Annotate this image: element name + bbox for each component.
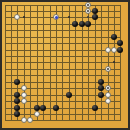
- grid-line-horizontal: [5, 17, 122, 18]
- grid-line-vertical: [50, 5, 51, 122]
- white-stone[interactable]: [21, 98, 27, 104]
- empty-point-mark: [68, 16, 70, 18]
- grid-line-horizontal: [5, 50, 122, 51]
- black-stone[interactable]: [92, 14, 98, 20]
- grid-line-horizontal: [5, 43, 122, 44]
- grid-line-vertical: [62, 5, 63, 122]
- white-stone[interactable]: [34, 111, 40, 117]
- black-stone[interactable]: [72, 21, 78, 27]
- white-stone[interactable]: [14, 14, 20, 20]
- black-stone[interactable]: [53, 105, 59, 111]
- grid-line-horizontal: [5, 5, 122, 6]
- white-stone[interactable]: [27, 117, 33, 123]
- grid-line-horizontal: [5, 11, 122, 12]
- black-stone[interactable]: [111, 34, 117, 40]
- grid-line-vertical: [30, 5, 31, 122]
- white-stone[interactable]: [105, 92, 111, 98]
- white-stone[interactable]: [85, 2, 91, 8]
- empty-point-mark: [23, 16, 25, 18]
- grid-line-horizontal: [5, 75, 122, 76]
- black-stone[interactable]: [14, 79, 20, 85]
- white-stone[interactable]: [85, 8, 91, 14]
- black-stone[interactable]: [79, 21, 85, 27]
- grid-line-horizontal: [5, 62, 122, 63]
- grid-line-vertical: [11, 5, 12, 122]
- go-app-window: [0, 0, 130, 130]
- stone-label-mark: [87, 16, 89, 18]
- white-stone[interactable]: [53, 14, 59, 20]
- black-stone[interactable]: [66, 92, 72, 98]
- black-stone[interactable]: [85, 21, 91, 27]
- black-stone[interactable]: [117, 40, 123, 46]
- black-stone[interactable]: [117, 47, 123, 53]
- grid-line-horizontal: [5, 30, 122, 31]
- grid-line-vertical: [114, 5, 115, 122]
- black-stone[interactable]: [92, 8, 98, 14]
- black-stone[interactable]: [14, 92, 20, 98]
- grid-line-horizontal: [5, 56, 122, 57]
- black-stone[interactable]: [14, 111, 20, 117]
- grid-line-vertical: [101, 5, 102, 122]
- grid-line-vertical: [43, 5, 44, 122]
- black-stone[interactable]: [98, 85, 104, 91]
- grid-line-vertical: [95, 5, 96, 122]
- black-stone[interactable]: [14, 98, 20, 104]
- grid-line-vertical: [5, 5, 6, 122]
- black-stone[interactable]: [98, 92, 104, 98]
- black-stone[interactable]: [92, 105, 98, 111]
- white-stone[interactable]: [21, 117, 27, 123]
- grid-line-vertical: [37, 5, 38, 122]
- grid-line-vertical: [69, 5, 70, 122]
- grid-line-horizontal: [5, 108, 122, 109]
- go-board[interactable]: [0, 0, 130, 130]
- black-stone[interactable]: [14, 105, 20, 111]
- white-stone[interactable]: [105, 85, 111, 91]
- white-stone[interactable]: [105, 66, 111, 72]
- white-stone[interactable]: [105, 98, 111, 104]
- grid-line-horizontal: [5, 24, 122, 25]
- grid-line-vertical: [120, 5, 121, 122]
- black-stone[interactable]: [98, 79, 104, 85]
- white-stone[interactable]: [21, 92, 27, 98]
- white-stone[interactable]: [21, 85, 27, 91]
- black-stone[interactable]: [34, 105, 40, 111]
- white-stone[interactable]: [105, 47, 111, 53]
- grid-line-horizontal: [5, 37, 122, 38]
- grid-line-horizontal: [5, 114, 122, 115]
- grid-line-horizontal: [5, 69, 122, 70]
- white-stone[interactable]: [111, 47, 117, 53]
- empty-point-mark: [113, 61, 115, 63]
- black-stone[interactable]: [40, 105, 46, 111]
- grid-line-vertical: [56, 5, 57, 122]
